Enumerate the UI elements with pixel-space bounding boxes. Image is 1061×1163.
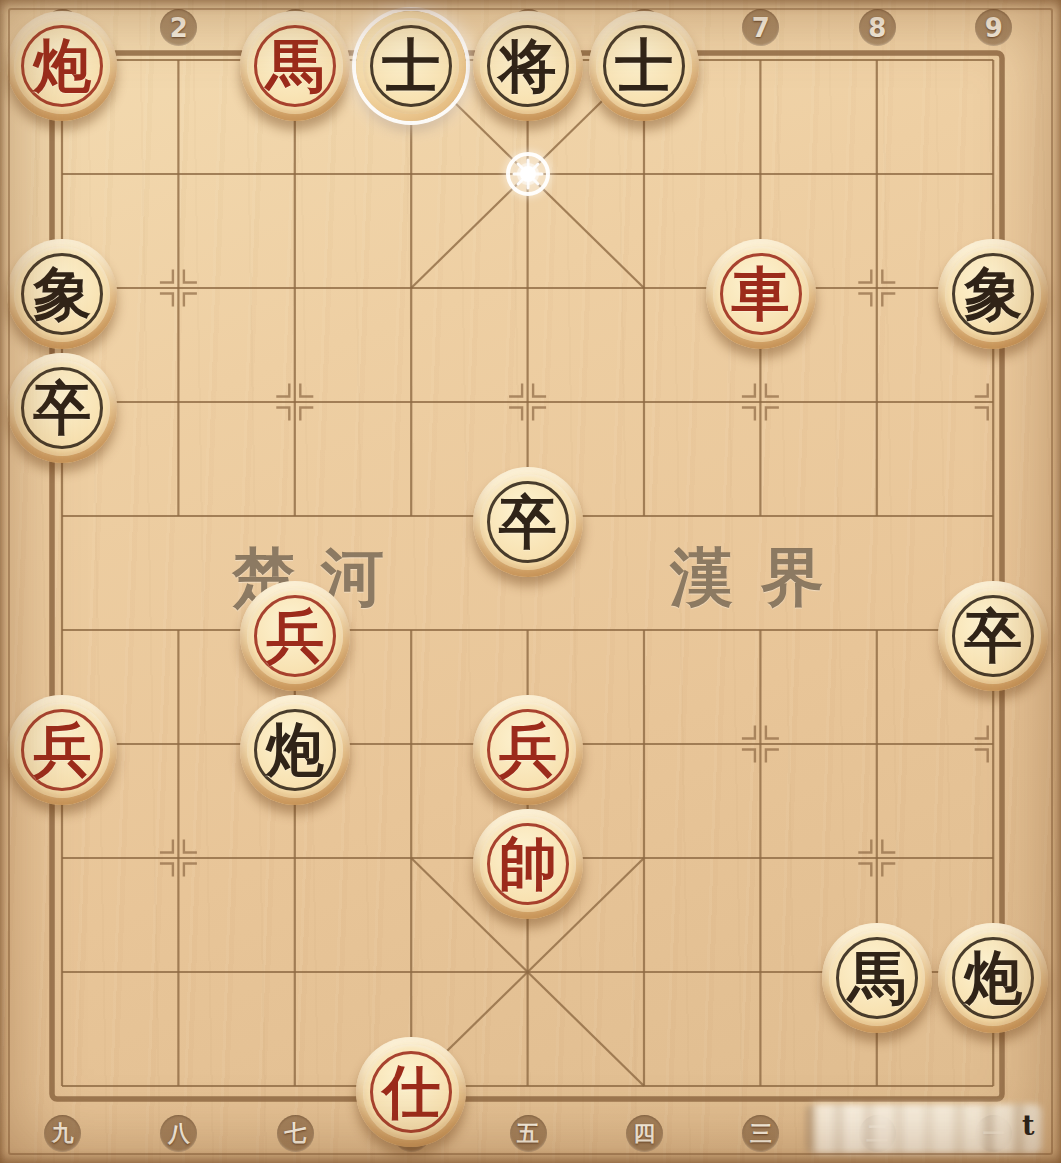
- piece-glyph: 兵: [266, 607, 324, 665]
- piece-glyph: 馬: [848, 949, 906, 1007]
- piece-black-elephant[interactable]: 象: [938, 239, 1048, 349]
- piece-red-soldier[interactable]: 兵: [240, 581, 350, 691]
- piece-glyph: 将: [499, 37, 557, 95]
- piece-red-advisor[interactable]: 仕: [356, 1037, 466, 1147]
- piece-red-horse[interactable]: 馬: [240, 11, 350, 121]
- piece-glyph: 兵: [499, 721, 557, 779]
- piece-black-horse[interactable]: 馬: [822, 923, 932, 1033]
- piece-glyph: 象: [964, 265, 1022, 323]
- xiangqi-board[interactable]: 楚河 漢界 123456789 九八七六五四三二一 炮馬士将士象車象卒卒兵卒兵炮…: [0, 0, 1061, 1163]
- piece-glyph: 馬: [266, 37, 324, 95]
- piece-black-soldier[interactable]: 卒: [473, 467, 583, 577]
- piece-black-advisor[interactable]: 士: [356, 11, 466, 121]
- piece-black-cannon[interactable]: 炮: [240, 695, 350, 805]
- piece-black-soldier[interactable]: 卒: [938, 581, 1048, 691]
- piece-black-cannon[interactable]: 炮: [938, 923, 1048, 1033]
- piece-red-general[interactable]: 帥: [473, 809, 583, 919]
- piece-glyph: 卒: [499, 493, 557, 551]
- piece-glyph: 車: [732, 265, 790, 323]
- piece-red-soldier[interactable]: 兵: [473, 695, 583, 805]
- piece-red-cannon[interactable]: 炮: [7, 11, 117, 121]
- piece-glyph: 卒: [33, 379, 91, 437]
- piece-glyph: 士: [615, 37, 673, 95]
- piece-glyph: 仕: [382, 1063, 440, 1121]
- piece-red-soldier[interactable]: 兵: [7, 695, 117, 805]
- piece-glyph: 士: [382, 37, 440, 95]
- piece-black-soldier[interactable]: 卒: [7, 353, 117, 463]
- piece-glyph: 炮: [266, 721, 324, 779]
- piece-glyph: 炮: [964, 949, 1022, 1007]
- piece-black-general[interactable]: 将: [473, 11, 583, 121]
- piece-glyph: 帥: [499, 835, 557, 893]
- piece-glyph: 象: [33, 265, 91, 323]
- piece-glyph: 卒: [964, 607, 1022, 665]
- piece-black-advisor[interactable]: 士: [589, 11, 699, 121]
- piece-layer: 炮馬士将士象車象卒卒兵卒兵炮兵帥馬炮仕: [4, 3, 1052, 1143]
- piece-red-chariot[interactable]: 車: [706, 239, 816, 349]
- piece-black-elephant[interactable]: 象: [7, 239, 117, 349]
- piece-glyph: 兵: [33, 721, 91, 779]
- piece-glyph: 炮: [33, 37, 91, 95]
